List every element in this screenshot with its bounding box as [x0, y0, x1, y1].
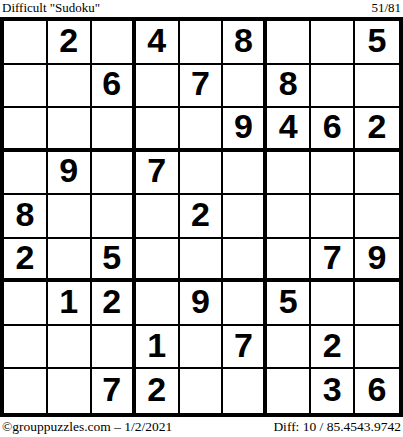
- cell-r1c8[interactable]: [311, 21, 355, 65]
- given-digit: 9: [59, 153, 78, 187]
- cell-r8c6: 7: [223, 326, 267, 370]
- cell-r4c8[interactable]: [311, 152, 355, 196]
- cell-r3c1[interactable]: [4, 108, 48, 152]
- difficulty-text: Diff: 10 / 85.4543.9742: [273, 419, 401, 435]
- cell-r1c1[interactable]: [4, 21, 48, 65]
- given-digit: 8: [234, 23, 253, 57]
- given-digit: 7: [147, 153, 166, 187]
- cell-r5c2[interactable]: [48, 195, 92, 239]
- cell-r3c8: 6: [311, 108, 355, 152]
- given-digit: 2: [15, 240, 34, 274]
- cell-r1c5[interactable]: [180, 21, 224, 65]
- cell-r3c6: 9: [223, 108, 267, 152]
- footer: ©grouppuzzles.com – 1/2/2021 Diff: 10 / …: [0, 417, 403, 437]
- cell-r4c6[interactable]: [223, 152, 267, 196]
- cell-r3c5[interactable]: [180, 108, 224, 152]
- cell-r9c2[interactable]: [48, 369, 92, 413]
- sudoku-page: Difficult "Sudoku" 51/81 248567894629782…: [0, 0, 403, 437]
- cell-r5c8[interactable]: [311, 195, 355, 239]
- cell-r6c7[interactable]: [267, 239, 311, 283]
- cell-r8c9[interactable]: [355, 326, 399, 370]
- given-digit: 6: [323, 109, 342, 143]
- cell-r1c9: 5: [355, 21, 399, 65]
- cell-r6c4[interactable]: [136, 239, 180, 283]
- cell-r9c5[interactable]: [180, 369, 224, 413]
- puzzle-title: Difficult "Sudoku": [2, 0, 100, 15]
- cell-r2c7: 8: [267, 65, 311, 109]
- given-digit: 7: [191, 66, 210, 100]
- cell-r6c3: 5: [92, 239, 136, 283]
- cell-r2c2[interactable]: [48, 65, 92, 109]
- cell-r5c7[interactable]: [267, 195, 311, 239]
- given-digit: 1: [147, 328, 166, 362]
- header: Difficult "Sudoku" 51/81: [0, 0, 403, 17]
- cell-r6c5[interactable]: [180, 239, 224, 283]
- cell-r5c1: 8: [4, 195, 48, 239]
- cell-r9c6[interactable]: [223, 369, 267, 413]
- cell-r4c5[interactable]: [180, 152, 224, 196]
- given-digit: 2: [102, 284, 121, 318]
- given-digit: 5: [368, 23, 387, 57]
- cell-r4c2: 9: [48, 152, 92, 196]
- cell-r1c2: 2: [48, 21, 92, 65]
- cell-r5c5: 2: [180, 195, 224, 239]
- cell-r2c6[interactable]: [223, 65, 267, 109]
- cell-r7c5: 9: [180, 282, 224, 326]
- cell-r2c3: 6: [92, 65, 136, 109]
- cell-r9c3: 7: [92, 369, 136, 413]
- given-digit: 7: [234, 328, 253, 362]
- given-digit: 4: [147, 23, 166, 57]
- cell-r4c4: 7: [136, 152, 180, 196]
- cell-r3c4[interactable]: [136, 108, 180, 152]
- given-digit: 4: [279, 109, 298, 143]
- given-digit: 2: [59, 23, 78, 57]
- cell-r6c2[interactable]: [48, 239, 92, 283]
- cell-r1c3[interactable]: [92, 21, 136, 65]
- cell-r7c1[interactable]: [4, 282, 48, 326]
- cell-r5c6[interactable]: [223, 195, 267, 239]
- cell-r2c1[interactable]: [4, 65, 48, 109]
- cell-r8c5[interactable]: [180, 326, 224, 370]
- cell-r4c9[interactable]: [355, 152, 399, 196]
- cell-r6c6[interactable]: [223, 239, 267, 283]
- cell-r5c4[interactable]: [136, 195, 180, 239]
- empty-cell-counter: 51/81: [371, 0, 401, 15]
- given-digit: 2: [147, 372, 166, 406]
- cell-r6c8: 7: [311, 239, 355, 283]
- given-digit: 7: [323, 240, 342, 274]
- cell-r9c4: 2: [136, 369, 180, 413]
- cell-r3c2[interactable]: [48, 108, 92, 152]
- cell-r3c9: 2: [355, 108, 399, 152]
- cell-r5c3[interactable]: [92, 195, 136, 239]
- given-digit: 9: [191, 284, 210, 318]
- given-digit: 2: [323, 328, 342, 362]
- given-digit: 3: [323, 372, 342, 406]
- cell-r9c7[interactable]: [267, 369, 311, 413]
- given-digit: 2: [191, 197, 210, 231]
- cell-r6c1: 2: [4, 239, 48, 283]
- given-digit: 9: [234, 109, 253, 143]
- cell-r9c8: 3: [311, 369, 355, 413]
- cell-r2c8[interactable]: [311, 65, 355, 109]
- cell-r8c2[interactable]: [48, 326, 92, 370]
- cell-r7c8[interactable]: [311, 282, 355, 326]
- given-digit: 2: [368, 109, 387, 143]
- cell-r9c9: 6: [355, 369, 399, 413]
- cell-r3c7: 4: [267, 108, 311, 152]
- cell-r1c6: 8: [223, 21, 267, 65]
- given-digit: 6: [368, 372, 387, 406]
- cell-r8c3[interactable]: [92, 326, 136, 370]
- sudoku-board: 248567894629782257912951727236: [0, 17, 403, 417]
- cell-r7c7: 5: [267, 282, 311, 326]
- given-digit: 8: [15, 197, 34, 231]
- given-digit: 6: [102, 66, 121, 100]
- given-digit: 7: [102, 372, 121, 406]
- cell-r7c3: 2: [92, 282, 136, 326]
- cell-r4c3[interactable]: [92, 152, 136, 196]
- given-digit: 1: [59, 284, 78, 318]
- cell-r1c7[interactable]: [267, 21, 311, 65]
- cell-r8c1[interactable]: [4, 326, 48, 370]
- cell-r6c9: 9: [355, 239, 399, 283]
- cell-r8c8: 2: [311, 326, 355, 370]
- cell-r4c7[interactable]: [267, 152, 311, 196]
- cell-r1c4: 4: [136, 21, 180, 65]
- cell-r8c4: 1: [136, 326, 180, 370]
- given-digit: 5: [102, 240, 121, 274]
- given-digit: 5: [279, 284, 298, 318]
- cell-r4c1[interactable]: [4, 152, 48, 196]
- cell-r2c4[interactable]: [136, 65, 180, 109]
- cell-r8c7[interactable]: [267, 326, 311, 370]
- cell-r7c9[interactable]: [355, 282, 399, 326]
- cell-r7c4[interactable]: [136, 282, 180, 326]
- cell-r9c1[interactable]: [4, 369, 48, 413]
- cell-r2c9[interactable]: [355, 65, 399, 109]
- cell-r2c5: 7: [180, 65, 224, 109]
- cell-r7c6[interactable]: [223, 282, 267, 326]
- cell-r5c9[interactable]: [355, 195, 399, 239]
- given-digit: 9: [368, 240, 387, 274]
- copyright-text: ©grouppuzzles.com – 1/2/2021: [2, 419, 172, 435]
- given-digit: 8: [279, 66, 298, 100]
- cell-r3c3[interactable]: [92, 108, 136, 152]
- cell-r7c2: 1: [48, 282, 92, 326]
